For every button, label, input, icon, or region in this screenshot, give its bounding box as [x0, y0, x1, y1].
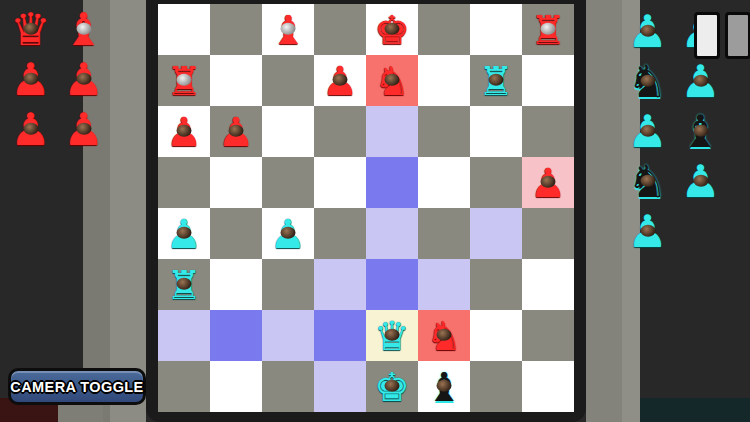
square-c5[interactable] [262, 157, 314, 208]
red-pawn-a6: ♟ [166, 112, 202, 152]
square-g8[interactable] [470, 4, 522, 55]
piece-3d-head [436, 380, 451, 392]
piece-3d-head [23, 123, 38, 135]
square-c3[interactable] [262, 259, 314, 310]
piece-3d-head [436, 329, 451, 341]
red-pawn-d7: ♟ [322, 61, 358, 101]
captured-red-tray: ♛♝♟♟♟♟ [4, 4, 110, 154]
square-f4[interactable] [418, 208, 470, 259]
captured-slot: ♟ [57, 54, 110, 104]
square-b6[interactable]: ♟ [210, 106, 262, 157]
square-c4[interactable]: ♟ [262, 208, 314, 259]
red-bishop-c8: ♝ [270, 10, 306, 50]
captured-slot: ♞ [621, 156, 674, 206]
square-e3[interactable] [366, 259, 418, 310]
square-g7[interactable]: ♜ [470, 55, 522, 106]
square-b2[interactable] [210, 310, 262, 361]
square-h6[interactable] [522, 106, 574, 157]
cyan-knight-captured: ♞ [627, 59, 667, 104]
cyan-pawn-captured: ♟ [680, 159, 720, 204]
red-rook-h8: ♜ [530, 10, 566, 50]
square-g6[interactable] [470, 106, 522, 157]
square-g3[interactable] [470, 259, 522, 310]
cyan-pawn-captured: ♟ [627, 209, 667, 254]
captured-slot: ♟ [621, 106, 674, 156]
square-a2[interactable] [158, 310, 210, 361]
square-e4[interactable] [366, 208, 418, 259]
right-wall-inner [586, 0, 622, 422]
square-f5[interactable] [418, 157, 470, 208]
piece-3d-head [640, 175, 655, 187]
piece-3d-head [228, 125, 243, 137]
cyan-pawn-captured: ♟ [680, 59, 720, 104]
piece-3d-head [176, 278, 191, 290]
red-king-e8: ♚ [374, 10, 410, 50]
piece-3d-head [693, 125, 708, 137]
red-pawn-captured: ♟ [10, 107, 50, 152]
square-e5[interactable] [366, 157, 418, 208]
square-d7[interactable]: ♟ [314, 55, 366, 106]
square-d1[interactable] [314, 361, 366, 412]
piece-3d-head [332, 74, 347, 86]
piece-3d-head [280, 23, 295, 35]
captured-slot: ♝ [674, 106, 727, 156]
captured-slot: ♟ [4, 104, 57, 154]
piece-3d-head [640, 25, 655, 37]
square-f3[interactable] [418, 259, 470, 310]
red-pawn-captured: ♟ [63, 107, 103, 152]
red-queen-captured: ♛ [10, 7, 50, 52]
pause-icon [694, 12, 720, 59]
red-rook-a7: ♜ [166, 61, 202, 101]
square-d5[interactable] [314, 157, 366, 208]
piece-3d-head [384, 23, 399, 35]
square-h4[interactable] [522, 208, 574, 259]
square-d8[interactable] [314, 4, 366, 55]
piece-3d-head [384, 74, 399, 86]
square-d3[interactable] [314, 259, 366, 310]
cyan-knight-captured: ♞ [627, 159, 667, 204]
square-c7[interactable] [262, 55, 314, 106]
cyan-bishop-captured: ♝ [680, 109, 720, 154]
red-pawn-h5: ♟ [530, 163, 566, 203]
piece-3d-head [488, 74, 503, 86]
piece-3d-head [384, 329, 399, 341]
piece-3d-head [76, 23, 91, 35]
square-e8[interactable]: ♚ [366, 4, 418, 55]
square-h7[interactable] [522, 55, 574, 106]
pause-button[interactable] [694, 12, 750, 59]
square-g2[interactable] [470, 310, 522, 361]
cyan-bishop-f1: ♝ [426, 367, 462, 407]
square-a1[interactable] [158, 361, 210, 412]
square-g1[interactable] [470, 361, 522, 412]
left-wall-outer [110, 0, 146, 422]
square-e6[interactable] [366, 106, 418, 157]
square-a4[interactable]: ♟ [158, 208, 210, 259]
square-b5[interactable] [210, 157, 262, 208]
captured-slot: ♝ [57, 4, 110, 54]
square-e1[interactable]: ♚ [366, 361, 418, 412]
captured-slot: ♛ [4, 4, 57, 54]
piece-3d-head [23, 73, 38, 85]
square-c1[interactable] [262, 361, 314, 412]
square-d2[interactable] [314, 310, 366, 361]
cyan-pawn-captured: ♟ [627, 109, 667, 154]
square-c2[interactable] [262, 310, 314, 361]
camera-toggle-button[interactable]: CAMERA TOGGLE [8, 368, 146, 405]
square-g4[interactable] [470, 208, 522, 259]
red-pawn-b6: ♟ [218, 112, 254, 152]
square-a8[interactable] [158, 4, 210, 55]
piece-3d-head [280, 227, 295, 239]
piece-3d-head [640, 125, 655, 137]
square-h8[interactable]: ♜ [522, 4, 574, 55]
cyan-pawn-captured: ♟ [627, 9, 667, 54]
piece-3d-head [540, 176, 555, 188]
camera-toggle-label: CAMERA TOGGLE [10, 379, 143, 395]
red-bishop-captured: ♝ [63, 7, 103, 52]
square-f6[interactable] [418, 106, 470, 157]
square-b1[interactable] [210, 361, 262, 412]
square-h2[interactable] [522, 310, 574, 361]
square-b3[interactable] [210, 259, 262, 310]
piece-3d-head [76, 73, 91, 85]
captured-slot: ♞ [621, 56, 674, 106]
pause-icon [725, 12, 750, 59]
square-b8[interactable] [210, 4, 262, 55]
cyan-king-e1: ♚ [374, 367, 410, 407]
cyan-pawn-a4: ♟ [166, 214, 202, 254]
piece-3d-head [176, 125, 191, 137]
square-a7[interactable]: ♜ [158, 55, 210, 106]
captured-slot: ♟ [674, 56, 727, 106]
red-pawn-captured: ♟ [10, 57, 50, 102]
square-f2[interactable]: ♞ [418, 310, 470, 361]
square-c6[interactable] [262, 106, 314, 157]
square-b4[interactable] [210, 208, 262, 259]
square-b7[interactable] [210, 55, 262, 106]
cyan-pawn-c4: ♟ [270, 214, 306, 254]
wall-base [58, 403, 103, 422]
cyan-queen-e2: ♛ [374, 316, 410, 356]
square-g5[interactable] [470, 157, 522, 208]
piece-3d-head [640, 75, 655, 87]
square-h1[interactable] [522, 361, 574, 412]
square-d6[interactable] [314, 106, 366, 157]
piece-3d-head [693, 75, 708, 87]
square-f1[interactable]: ♝ [418, 361, 470, 412]
piece-3d-head [693, 175, 708, 187]
chess-board: ♝♚♜♜♟♞♜♟♟♟♟♟♜♛♞♚♝ [158, 4, 574, 412]
square-c8[interactable]: ♝ [262, 4, 314, 55]
square-f8[interactable] [418, 4, 470, 55]
square-e7[interactable]: ♞ [366, 55, 418, 106]
square-h5[interactable]: ♟ [522, 157, 574, 208]
square-a6[interactable]: ♟ [158, 106, 210, 157]
cyan-rook-a3: ♜ [166, 265, 202, 305]
red-knight-f2: ♞ [426, 316, 462, 356]
red-pawn-captured: ♟ [63, 57, 103, 102]
cyan-floor [640, 398, 750, 422]
piece-3d-head [23, 23, 38, 35]
piece-3d-head [176, 227, 191, 239]
piece-3d-head [76, 123, 91, 135]
piece-3d-head [640, 225, 655, 237]
square-a3[interactable]: ♜ [158, 259, 210, 310]
captured-slot: ♟ [621, 6, 674, 56]
cyan-rook-g7: ♜ [478, 61, 514, 101]
piece-3d-head [540, 23, 555, 35]
piece-3d-head [384, 380, 399, 392]
captured-slot: ♟ [57, 104, 110, 154]
square-d4[interactable] [314, 208, 366, 259]
red-knight-e7: ♞ [374, 61, 410, 101]
game-screen: ♝♚♜♜♟♞♜♟♟♟♟♟♜♛♞♚♝ ♛♝♟♟♟♟ ♟♟♞♟♟♝♞♟♟ CAMER… [0, 0, 750, 422]
piece-3d-head [176, 74, 191, 86]
captured-slot: ♟ [4, 54, 57, 104]
square-h3[interactable] [522, 259, 574, 310]
captured-slot: ♟ [674, 156, 727, 206]
square-e2[interactable]: ♛ [366, 310, 418, 361]
square-f7[interactable] [418, 55, 470, 106]
captured-slot: ♟ [621, 206, 674, 256]
square-a5[interactable] [158, 157, 210, 208]
